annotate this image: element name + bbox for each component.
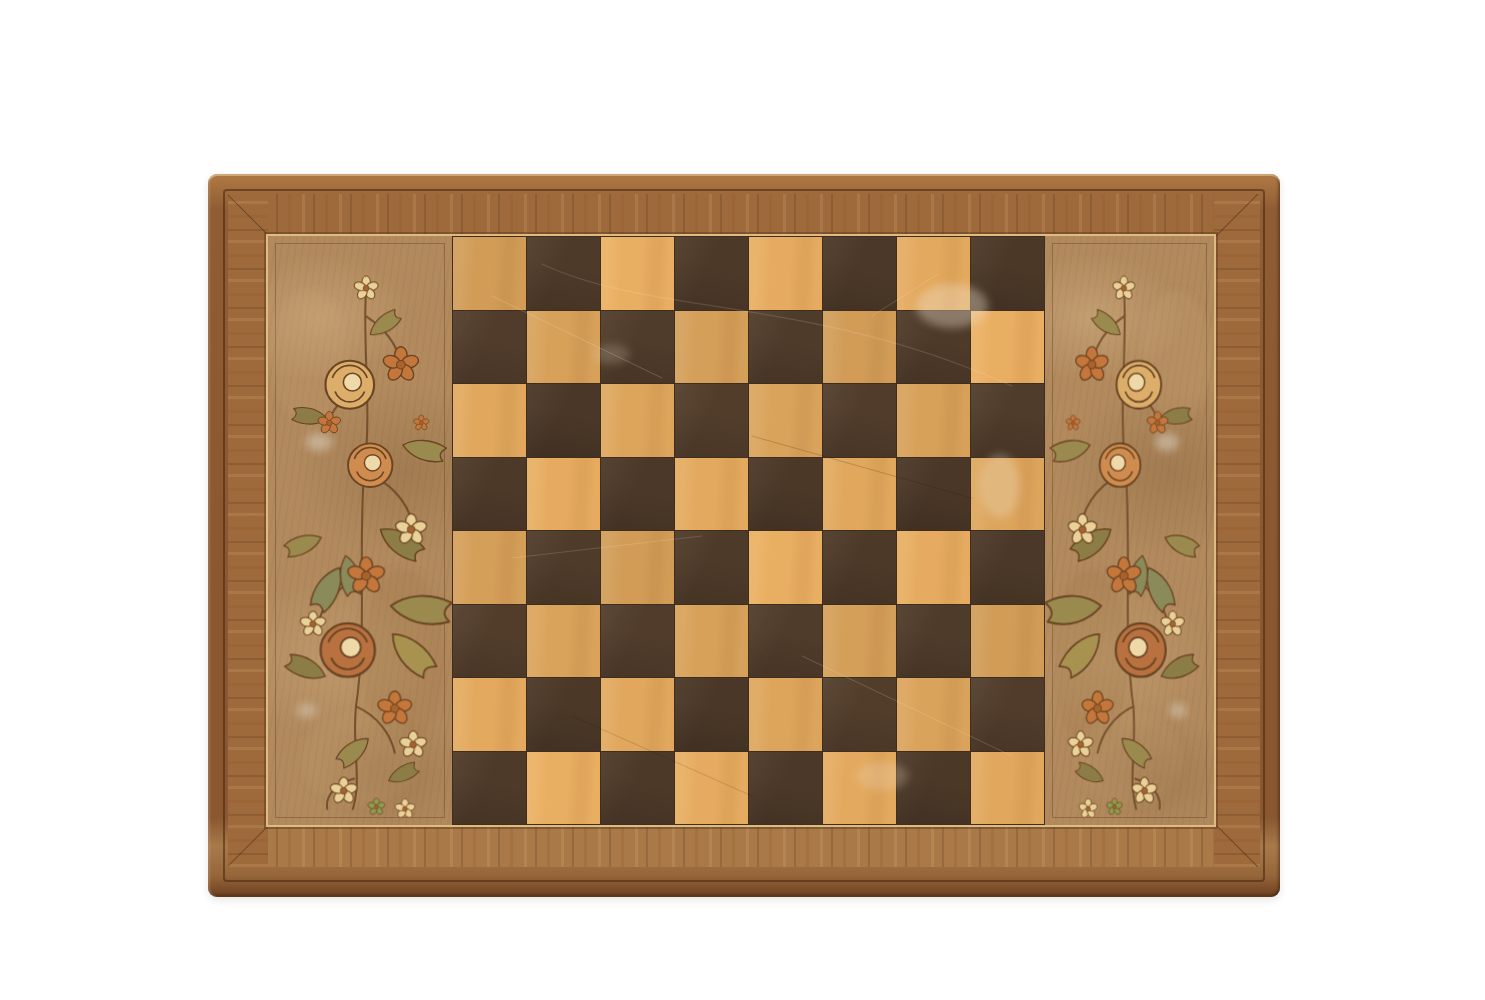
square-a1 [453, 752, 526, 825]
square-d1 [675, 752, 748, 825]
games-table-top [208, 174, 1280, 897]
square-g3 [897, 605, 970, 678]
square-e8 [749, 237, 822, 310]
square-g1 [897, 752, 970, 825]
square-d6 [675, 384, 748, 457]
floral-garland-left [268, 236, 452, 825]
square-c4 [601, 531, 674, 604]
square-f7 [823, 311, 896, 384]
square-g4 [897, 531, 970, 604]
square-c2 [601, 678, 674, 751]
square-g6 [897, 384, 970, 457]
square-c1 [601, 752, 674, 825]
marquetry-flower-icon [325, 361, 374, 409]
square-d8 [675, 237, 748, 310]
crossband-frame-left [228, 194, 268, 867]
square-g2 [897, 678, 970, 751]
square-f1 [823, 752, 896, 825]
square-a5 [453, 458, 526, 531]
square-h7 [971, 311, 1044, 384]
square-f2 [823, 678, 896, 751]
square-e2 [749, 678, 822, 751]
square-h5 [971, 458, 1044, 531]
photo-background [0, 0, 1485, 1000]
square-f3 [823, 605, 896, 678]
marquetry-flower-icon [299, 611, 327, 637]
square-c3 [601, 605, 674, 678]
marquetry-leaf-icon [401, 435, 448, 465]
square-a3 [453, 605, 526, 678]
inner-playing-field [268, 236, 1214, 825]
square-h4 [971, 531, 1044, 604]
square-d7 [675, 311, 748, 384]
marquetry-flower-icon [394, 799, 416, 819]
square-b1 [527, 752, 600, 825]
square-d2 [675, 678, 748, 751]
square-f8 [823, 237, 896, 310]
square-g5 [897, 458, 970, 531]
square-g8 [897, 237, 970, 310]
floral-marquetry-panel-right [1045, 236, 1214, 825]
square-b5 [527, 458, 600, 531]
square-c8 [601, 237, 674, 310]
marquetry-flower-icon [348, 443, 392, 487]
square-b2 [527, 678, 600, 751]
square-e4 [749, 531, 822, 604]
marquetry-flower-icon [413, 415, 430, 431]
square-f4 [823, 531, 896, 604]
square-e5 [749, 458, 822, 531]
crossband-frame-right [1214, 194, 1260, 867]
square-e6 [749, 384, 822, 457]
checkerboard [452, 236, 1045, 825]
square-b4 [527, 531, 600, 604]
square-h3 [971, 605, 1044, 678]
marquetry-leaf-icon [365, 308, 403, 341]
square-d4 [675, 531, 748, 604]
square-e3 [749, 605, 822, 678]
marquetry-leaf-icon [283, 530, 325, 559]
square-g7 [897, 311, 970, 384]
square-c6 [601, 384, 674, 457]
square-b6 [527, 384, 600, 457]
crossband-frame-top [228, 194, 1260, 236]
marquetry-flower-icon [321, 623, 375, 676]
floral-garland-right [1045, 236, 1214, 825]
square-f5 [823, 458, 896, 531]
square-e1 [749, 752, 822, 825]
marquetry-flower-icon [382, 347, 421, 383]
square-a2 [453, 678, 526, 751]
square-a6 [453, 384, 526, 457]
square-h8 [971, 237, 1044, 310]
square-b3 [527, 605, 600, 678]
square-b7 [527, 311, 600, 384]
square-a4 [453, 531, 526, 604]
square-a8 [453, 237, 526, 310]
floral-marquetry-panel-left [268, 236, 452, 825]
square-c5 [601, 458, 674, 531]
square-b8 [527, 237, 600, 310]
square-d5 [675, 458, 748, 531]
square-h1 [971, 752, 1044, 825]
square-e7 [749, 311, 822, 384]
crossband-frame-bottom [228, 825, 1260, 867]
square-f6 [823, 384, 896, 457]
square-h2 [971, 678, 1044, 751]
square-a7 [453, 311, 526, 384]
square-c7 [601, 311, 674, 384]
square-d3 [675, 605, 748, 678]
square-h6 [971, 384, 1044, 457]
